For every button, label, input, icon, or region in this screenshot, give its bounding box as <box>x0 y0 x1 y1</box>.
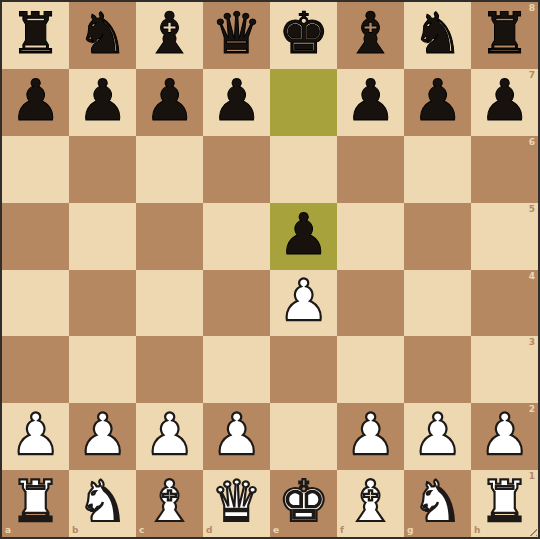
white-bishop[interactable]: ♝ <box>345 473 396 530</box>
square-b2[interactable]: ♟ <box>69 403 136 470</box>
square-f5[interactable] <box>337 203 404 270</box>
white-queen[interactable]: ♛ <box>211 473 262 530</box>
coord-rank-3: 3 <box>529 338 535 347</box>
square-a4[interactable] <box>2 270 69 337</box>
white-king[interactable]: ♚ <box>278 473 329 530</box>
square-d6[interactable] <box>203 136 270 203</box>
square-e5[interactable]: ♟ <box>270 203 337 270</box>
black-rook[interactable]: ♜ <box>479 5 530 62</box>
white-pawn[interactable]: ♟ <box>10 406 61 463</box>
white-rook[interactable]: ♜ <box>479 473 530 530</box>
square-h2[interactable]: ♟2 <box>471 403 538 470</box>
white-knight[interactable]: ♞ <box>77 473 128 530</box>
square-c5[interactable] <box>136 203 203 270</box>
square-g7[interactable]: ♟ <box>404 69 471 136</box>
square-g4[interactable] <box>404 270 471 337</box>
black-pawn[interactable]: ♟ <box>345 72 396 129</box>
white-pawn[interactable]: ♟ <box>345 406 396 463</box>
square-a7[interactable]: ♟ <box>2 69 69 136</box>
square-b8[interactable]: ♞ <box>69 2 136 69</box>
square-f4[interactable] <box>337 270 404 337</box>
square-h6[interactable]: 6 <box>471 136 538 203</box>
black-pawn[interactable]: ♟ <box>278 206 329 263</box>
square-e3[interactable] <box>270 336 337 403</box>
square-d1[interactable]: ♛d <box>203 470 270 537</box>
square-b5[interactable] <box>69 203 136 270</box>
coord-file-f: f <box>340 526 344 535</box>
black-bishop[interactable]: ♝ <box>144 5 195 62</box>
square-f3[interactable] <box>337 336 404 403</box>
square-h8[interactable]: ♜8 <box>471 2 538 69</box>
coord-rank-4: 4 <box>529 272 535 281</box>
square-c6[interactable] <box>136 136 203 203</box>
white-pawn[interactable]: ♟ <box>278 272 329 329</box>
square-e8[interactable]: ♚ <box>270 2 337 69</box>
square-d3[interactable] <box>203 336 270 403</box>
square-a6[interactable] <box>2 136 69 203</box>
square-e6[interactable] <box>270 136 337 203</box>
square-a5[interactable] <box>2 203 69 270</box>
square-f6[interactable] <box>337 136 404 203</box>
square-h7[interactable]: ♟7 <box>471 69 538 136</box>
square-c3[interactable] <box>136 336 203 403</box>
square-a2[interactable]: ♟ <box>2 403 69 470</box>
black-queen[interactable]: ♛ <box>211 5 262 62</box>
square-f1[interactable]: ♝f <box>337 470 404 537</box>
white-pawn[interactable]: ♟ <box>479 406 530 463</box>
square-e4[interactable]: ♟ <box>270 270 337 337</box>
square-g1[interactable]: ♞g <box>404 470 471 537</box>
square-c7[interactable]: ♟ <box>136 69 203 136</box>
square-d7[interactable]: ♟ <box>203 69 270 136</box>
square-d4[interactable] <box>203 270 270 337</box>
square-d8[interactable]: ♛ <box>203 2 270 69</box>
square-h1[interactable]: ♜h1 <box>471 470 538 537</box>
square-c1[interactable]: ♝c <box>136 470 203 537</box>
black-pawn[interactable]: ♟ <box>211 72 262 129</box>
square-g3[interactable] <box>404 336 471 403</box>
square-g5[interactable] <box>404 203 471 270</box>
square-c8[interactable]: ♝ <box>136 2 203 69</box>
square-a8[interactable]: ♜ <box>2 2 69 69</box>
white-pawn[interactable]: ♟ <box>412 406 463 463</box>
square-d2[interactable]: ♟ <box>203 403 270 470</box>
black-pawn[interactable]: ♟ <box>479 72 530 129</box>
black-pawn[interactable]: ♟ <box>144 72 195 129</box>
square-h4[interactable]: 4 <box>471 270 538 337</box>
white-pawn[interactable]: ♟ <box>211 406 262 463</box>
square-c4[interactable] <box>136 270 203 337</box>
square-h3[interactable]: 3 <box>471 336 538 403</box>
square-b3[interactable] <box>69 336 136 403</box>
coord-rank-6: 6 <box>529 138 535 147</box>
square-b7[interactable]: ♟ <box>69 69 136 136</box>
square-h5[interactable]: 5 <box>471 203 538 270</box>
black-bishop[interactable]: ♝ <box>345 5 396 62</box>
square-b4[interactable] <box>69 270 136 337</box>
square-f8[interactable]: ♝ <box>337 2 404 69</box>
square-g6[interactable] <box>404 136 471 203</box>
black-king[interactable]: ♚ <box>278 5 329 62</box>
square-e1[interactable]: ♚e <box>270 470 337 537</box>
black-knight[interactable]: ♞ <box>412 5 463 62</box>
square-b1[interactable]: ♞b <box>69 470 136 537</box>
coord-rank-5: 5 <box>529 205 535 214</box>
black-pawn[interactable]: ♟ <box>10 72 61 129</box>
black-pawn[interactable]: ♟ <box>412 72 463 129</box>
square-g8[interactable]: ♞ <box>404 2 471 69</box>
chess-board: ♜♞♝♛♚♝♞♜8♟♟♟♟♟♟♟76♟5♟43♟♟♟♟♟♟♟2♜a♞b♝c♛d♚… <box>0 0 540 539</box>
white-pawn[interactable]: ♟ <box>144 406 195 463</box>
black-pawn[interactable]: ♟ <box>77 72 128 129</box>
square-f2[interactable]: ♟ <box>337 403 404 470</box>
square-b6[interactable] <box>69 136 136 203</box>
square-e7[interactable] <box>270 69 337 136</box>
square-f7[interactable]: ♟ <box>337 69 404 136</box>
white-pawn[interactable]: ♟ <box>77 406 128 463</box>
square-g2[interactable]: ♟ <box>404 403 471 470</box>
square-c2[interactable]: ♟ <box>136 403 203 470</box>
white-rook[interactable]: ♜ <box>10 473 61 530</box>
square-a3[interactable] <box>2 336 69 403</box>
white-knight[interactable]: ♞ <box>412 473 463 530</box>
board-grid: ♜♞♝♛♚♝♞♜8♟♟♟♟♟♟♟76♟5♟43♟♟♟♟♟♟♟2♜a♞b♝c♛d♚… <box>2 2 538 537</box>
square-d5[interactable] <box>203 203 270 270</box>
black-knight[interactable]: ♞ <box>77 5 128 62</box>
white-bishop[interactable]: ♝ <box>144 473 195 530</box>
square-a1[interactable]: ♜a <box>2 470 69 537</box>
square-e2[interactable] <box>270 403 337 470</box>
black-rook[interactable]: ♜ <box>10 5 61 62</box>
